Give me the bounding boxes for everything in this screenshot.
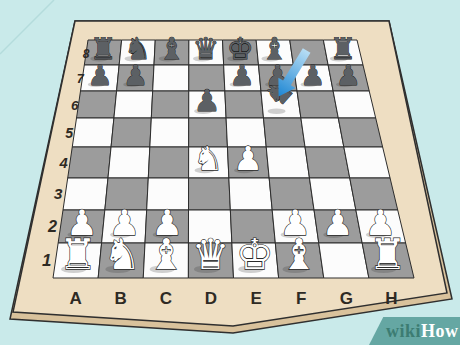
rank-label-7: 7	[77, 72, 85, 86]
square-g4	[305, 147, 350, 178]
piece-white-knight-d4: ♞	[194, 139, 224, 178]
square-f4	[266, 147, 309, 178]
file-label-E: E	[250, 289, 261, 308]
square-g5	[301, 118, 344, 147]
square-h6	[333, 91, 376, 118]
file-label-H: H	[385, 289, 397, 308]
file-label-G: G	[340, 289, 353, 308]
illustration-canvas: 12345678ABCDEFGH♜♞♝♛♚♝♜♟♟♟♟♟♟♟♞♞♟♟♟♟♟♟♟♜…	[0, 0, 460, 345]
wikihow-watermark: wikiHow	[369, 317, 460, 345]
piece-black-bishop-c8: ♝	[158, 31, 185, 66]
rank-label-4: 4	[58, 155, 67, 171]
square-g6	[297, 91, 338, 118]
chess-board: 12345678ABCDEFGH♜♞♝♛♚♝♜♟♟♟♟♟♟♟♞♞♟♟♟♟♟♟♟♜…	[0, 0, 460, 345]
square-a6	[77, 91, 117, 118]
piece-white-pawn-g2: ♟	[322, 203, 353, 243]
rank-label-5: 5	[65, 125, 73, 141]
background-crease-line	[0, 0, 54, 54]
piece-white-rook-h1: ♜	[369, 230, 407, 279]
square-g1	[319, 243, 369, 278]
piece-white-queen-d1: ♛	[192, 230, 230, 279]
square-c5	[150, 118, 189, 147]
piece-black-pawn-d6: ♟	[194, 83, 221, 118]
piece-black-pawn-b7: ♟	[123, 59, 148, 92]
square-b6	[114, 91, 153, 118]
square-e3	[229, 178, 272, 210]
piece-black-pawn-h7: ♟	[336, 59, 361, 92]
file-label-B: B	[115, 289, 127, 308]
square-c7	[153, 65, 189, 91]
square-b4	[108, 147, 150, 178]
square-a4	[68, 147, 111, 178]
piece-white-bishop-f1: ♝	[280, 230, 318, 279]
square-c6	[151, 91, 188, 118]
file-label-D: D	[205, 289, 217, 308]
file-label-F: F	[296, 289, 306, 308]
piece-white-knight-b1: ♞	[103, 230, 141, 279]
piece-black-pawn-e7: ♟	[229, 59, 254, 92]
piece-black-queen-d8: ♛	[193, 31, 220, 66]
piece-white-bishop-c1: ♝	[147, 230, 185, 279]
piece-black-pawn-a7: ♟	[88, 59, 113, 92]
file-label-C: C	[160, 289, 172, 308]
square-h5	[338, 118, 382, 147]
piece-white-rook-a1: ♜	[59, 230, 97, 279]
piece-white-pawn-e4: ♟	[233, 139, 263, 178]
wikihow-wiki-text: wiki	[386, 321, 421, 341]
square-b5	[111, 118, 151, 147]
square-a5	[72, 118, 114, 147]
piece-black-pawn-g7: ♟	[300, 59, 325, 92]
rank-label-2: 2	[47, 217, 57, 235]
square-f5	[263, 118, 305, 147]
square-e6	[225, 91, 264, 118]
file-label-A: A	[69, 289, 81, 308]
square-c4	[148, 147, 188, 178]
square-d3	[189, 178, 231, 210]
rank-label-6: 6	[71, 98, 79, 113]
piece-white-king-e1: ♚	[236, 230, 274, 279]
square-h4	[344, 147, 390, 178]
rank-label-1: 1	[42, 251, 51, 270]
rank-label-3: 3	[54, 185, 63, 202]
wikihow-how-text: How	[421, 321, 459, 341]
